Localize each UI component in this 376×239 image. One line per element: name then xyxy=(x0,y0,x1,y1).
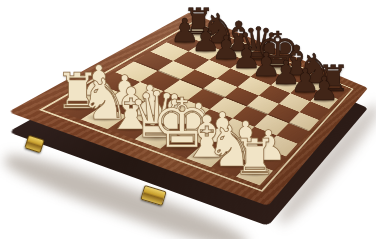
piece-shadow xyxy=(212,160,250,169)
piece-black-pawn-b7: ♟ xyxy=(189,24,222,57)
piece-shadow xyxy=(136,132,178,142)
piece-shadow xyxy=(322,87,346,93)
piece-shadow xyxy=(232,147,259,154)
chess-set-photo: ♜♞♝♛♚♝♞♜♟♟♟♟♟♟♟♟♟♟♟♟♟♟♟♟♜♞♝♛♚♝♞♜ xyxy=(0,0,376,239)
piece-white-rook-a1: ♜ xyxy=(53,67,103,117)
piece-shadow xyxy=(283,71,311,78)
piece-shadow xyxy=(111,101,138,108)
piece-shadow xyxy=(159,141,204,152)
piece-shadow xyxy=(62,103,95,111)
piece-black-knight-g8: ♞ xyxy=(295,49,336,90)
piece-shadow xyxy=(239,169,272,177)
piece-white-queen-d1: ♛ xyxy=(125,84,189,148)
piece-shadow xyxy=(174,40,196,45)
piece-shadow xyxy=(85,91,112,98)
piece-shadow xyxy=(86,113,124,122)
piece-shadow xyxy=(112,123,150,132)
piece-black-bishop-c8: ♝ xyxy=(218,16,260,58)
piece-shadow xyxy=(302,79,329,86)
piece-white-pawn-e2: ♟ xyxy=(178,98,220,140)
piece-shadow xyxy=(205,39,232,46)
piece-shadow xyxy=(209,138,236,145)
piece-shadow xyxy=(195,48,217,53)
piece-shadow xyxy=(187,31,211,37)
piece-black-king-e8: ♚ xyxy=(253,26,302,75)
piece-white-bishop-f1: ♝ xyxy=(178,108,236,166)
piece-white-pawn-b2: ♟ xyxy=(104,70,146,112)
piece-white-pawn-d2: ♟ xyxy=(154,89,196,131)
piece-black-pawn-e7: ♟ xyxy=(250,49,283,82)
piece-black-queen-d8: ♛ xyxy=(235,21,281,67)
piece-shadow xyxy=(256,73,278,78)
piece-shadow xyxy=(313,97,335,102)
piece-shadow xyxy=(185,129,212,136)
piece-black-pawn-a7: ♟ xyxy=(168,15,201,48)
piece-white-pawn-a2: ♟ xyxy=(78,60,120,102)
piece-shadow xyxy=(188,151,226,160)
piece-white-knight-g1: ♞ xyxy=(203,118,260,175)
piece-black-bishop-f8: ♝ xyxy=(276,40,318,82)
piece-shadow xyxy=(261,63,294,71)
piece-white-pawn-g2: ♟ xyxy=(225,116,267,158)
piece-black-knight-b8: ♞ xyxy=(198,9,239,50)
piece-shadow xyxy=(225,47,253,54)
piece-white-knight-b1: ♞ xyxy=(76,71,133,128)
piece-black-pawn-d7: ♟ xyxy=(230,41,263,74)
piece-black-rook-h8: ♜ xyxy=(316,61,352,97)
piece-black-rook-a8: ♜ xyxy=(181,4,217,40)
piece-shadow xyxy=(236,65,258,70)
piece-shadow xyxy=(161,120,188,127)
piece-shadow xyxy=(294,90,316,95)
piece-shadow xyxy=(215,57,237,62)
piece-black-pawn-h7: ♟ xyxy=(308,73,341,106)
piece-shadow xyxy=(243,55,273,62)
piece-black-pawn-f7: ♟ xyxy=(270,57,303,90)
piece-white-pawn-f2: ♟ xyxy=(202,107,244,149)
piece-white-king-e1: ♚ xyxy=(148,90,216,158)
piece-white-bishop-c1: ♝ xyxy=(102,80,160,138)
pieces-layer: ♜♞♝♛♚♝♞♜♟♟♟♟♟♟♟♟♟♟♟♟♟♟♟♟♜♞♝♛♚♝♞♜ xyxy=(0,0,376,239)
piece-black-pawn-c7: ♟ xyxy=(210,32,243,65)
piece-black-pawn-g7: ♟ xyxy=(289,65,322,98)
piece-white-pawn-c2: ♟ xyxy=(129,80,171,122)
piece-shadow xyxy=(136,111,163,118)
piece-white-rook-h1: ♜ xyxy=(230,133,280,183)
piece-shadow xyxy=(255,156,282,163)
piece-shadow xyxy=(275,82,297,87)
piece-white-pawn-h2: ♟ xyxy=(248,125,290,167)
